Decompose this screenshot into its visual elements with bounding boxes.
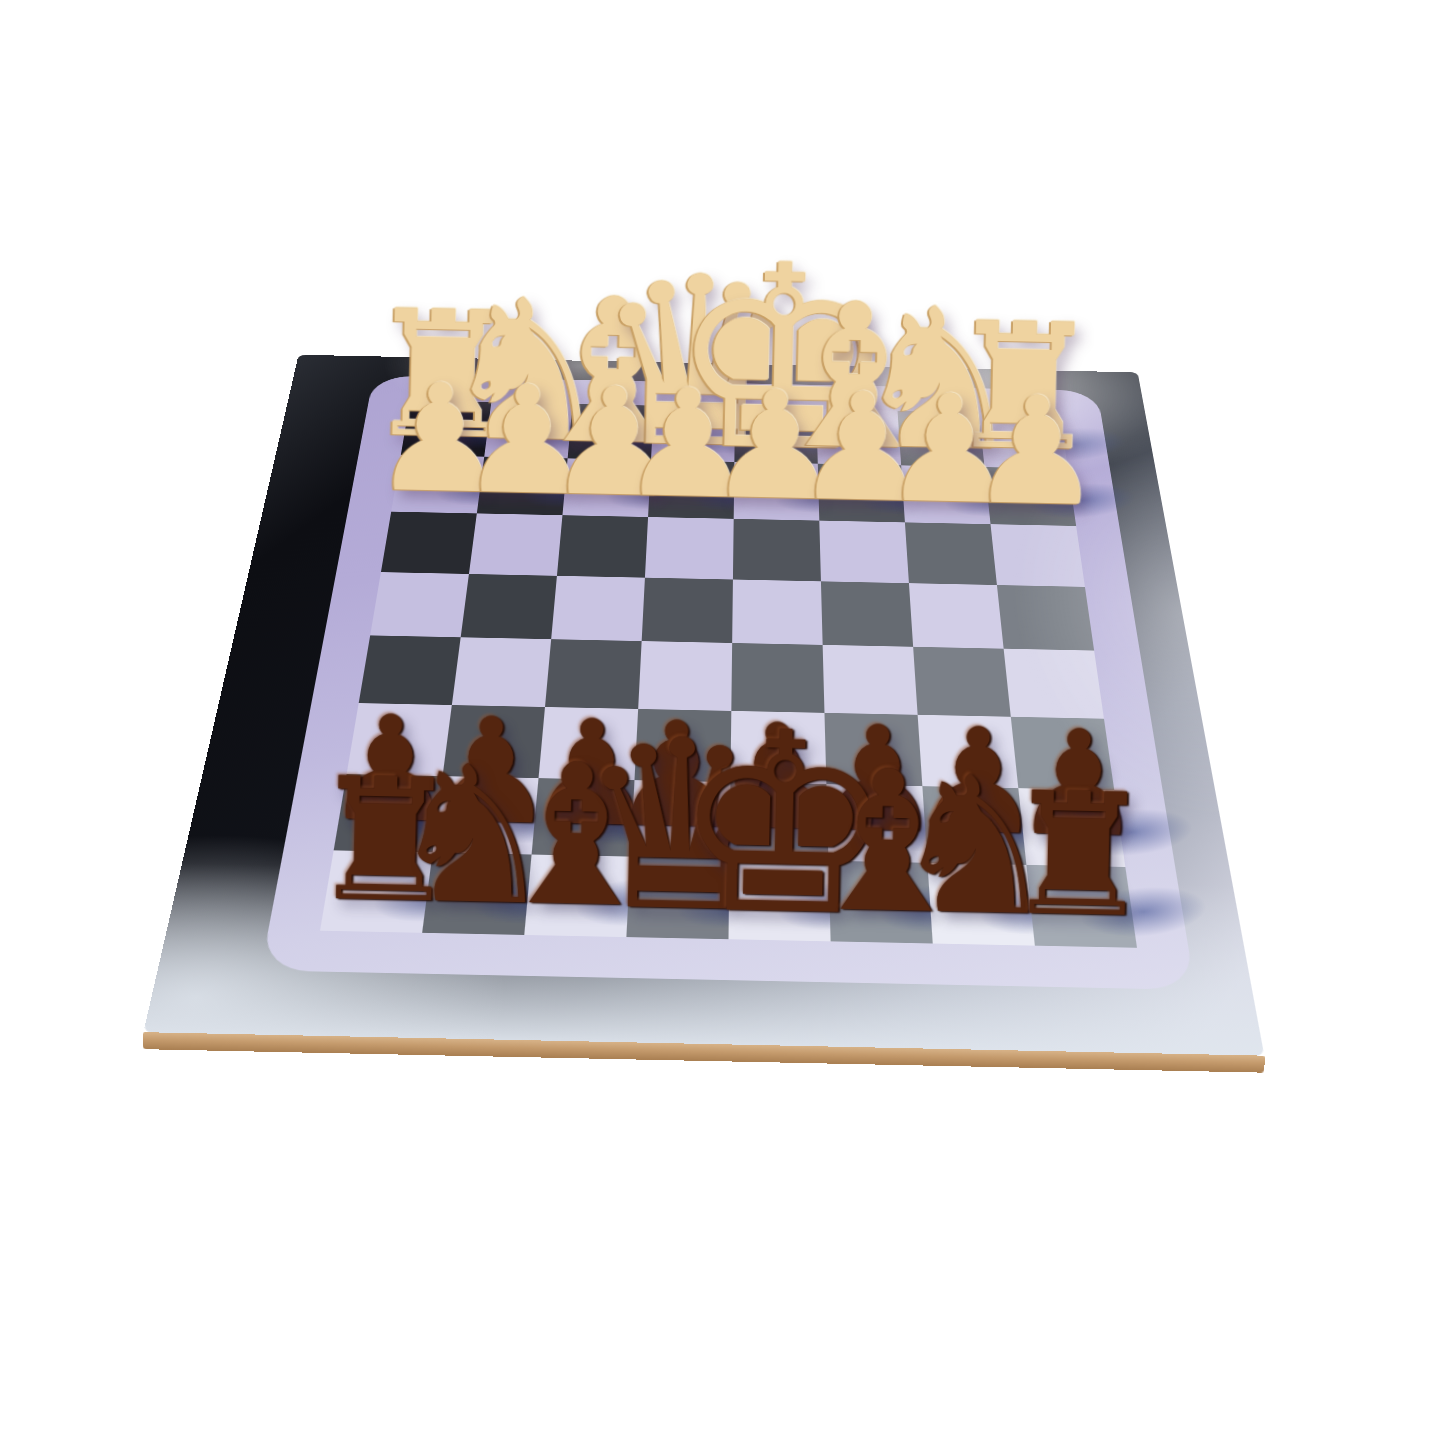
square-g4[interactable] bbox=[909, 583, 1004, 649]
square-b4[interactable] bbox=[461, 574, 557, 640]
square-h4[interactable] bbox=[997, 585, 1094, 651]
black-rook[interactable]: ♜ bbox=[1001, 769, 1156, 941]
square-e4[interactable] bbox=[732, 579, 822, 645]
square-f4[interactable] bbox=[821, 581, 913, 647]
chess-board: ♜♞♝♛♚♝♞♜♟♟♟♟♟♟♟♟♟♟♟♟♟♟♟♟♜♞♝♛♚♝♞♜ bbox=[222, 165, 1202, 1145]
white-pawn[interactable]: ♟ bbox=[968, 376, 1104, 527]
chessboard-photo: ♜♞♝♛♚♝♞♜♟♟♟♟♟♟♟♟♟♟♟♟♟♟♟♟♜♞♝♛♚♝♞♜ bbox=[0, 0, 1445, 1445]
square-d4[interactable] bbox=[642, 577, 733, 643]
square-c4[interactable] bbox=[551, 575, 645, 641]
square-a4[interactable] bbox=[370, 572, 469, 637]
